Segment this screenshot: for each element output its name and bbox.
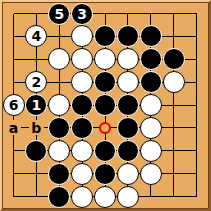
black-stone: [94, 71, 116, 93]
black-stone: [48, 186, 70, 208]
point-label-a: a: [6, 120, 21, 135]
point-label-b: b: [29, 120, 44, 135]
white-stone: [117, 186, 139, 208]
white-stone: [140, 94, 162, 116]
white-stone: [140, 140, 162, 162]
black-stone: [71, 94, 93, 116]
black-stone: [94, 163, 116, 185]
marked-point-red-circle: [99, 122, 111, 134]
black-stone: [48, 117, 70, 139]
white-stone: [117, 163, 139, 185]
white-stone: [140, 117, 162, 139]
black-stone: [25, 140, 47, 162]
black-stone: [94, 94, 116, 116]
black-stone-move-3: 3: [71, 3, 93, 25]
white-stone: [94, 186, 116, 208]
black-stone: [94, 140, 116, 162]
black-stone: [48, 163, 70, 185]
black-stone: [71, 117, 93, 139]
black-stone: [163, 48, 185, 70]
white-stone: [71, 163, 93, 185]
white-stone: [163, 71, 185, 93]
white-stone: [117, 71, 139, 93]
white-stone: [140, 163, 162, 185]
black-stone-move-5: 5: [48, 3, 70, 25]
white-stone-move-6: 6: [3, 94, 25, 116]
black-stone: [117, 117, 139, 139]
white-stone: [71, 140, 93, 162]
white-stone: [71, 186, 93, 208]
black-stone: [117, 140, 139, 162]
black-stone: [140, 25, 162, 47]
white-stone: [48, 140, 70, 162]
black-stone: [140, 71, 162, 93]
black-stone: [117, 94, 139, 116]
black-stone: [140, 48, 162, 70]
go-board: 534261ab: [0, 0, 211, 211]
white-stone: [117, 48, 139, 70]
